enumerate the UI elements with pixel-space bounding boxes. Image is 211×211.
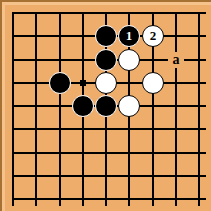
stone-black (95, 95, 117, 117)
stone-white (118, 49, 140, 71)
move-2-stone-white: 2 (142, 25, 164, 47)
stone-white (118, 95, 140, 117)
stone-black (95, 49, 117, 71)
point-label-a: a (168, 51, 184, 69)
go-board: a12 (0, 0, 211, 211)
stone-white (95, 72, 117, 94)
board-bevel-top-light (2, 2, 211, 5)
stone-black (49, 72, 71, 94)
hoshi-marker (80, 80, 86, 86)
grid-line-v (198, 12, 200, 206)
move-1-stone-black: 1 (118, 25, 140, 47)
grid-line-v (175, 12, 177, 206)
stone-black (72, 95, 94, 117)
stone-black (95, 25, 117, 47)
board-bevel-left-light (2, 2, 5, 211)
grid-line-h (12, 198, 206, 200)
stone-white (142, 72, 164, 94)
